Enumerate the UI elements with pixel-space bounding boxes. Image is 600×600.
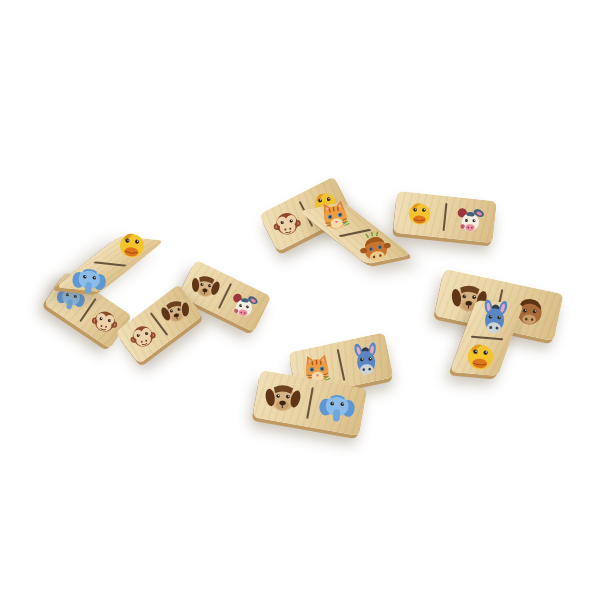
goat-icon <box>227 288 263 324</box>
duck-icon <box>459 337 501 379</box>
cow-icon <box>353 227 397 271</box>
duck-icon <box>403 197 437 231</box>
tile-half-goat <box>444 196 497 243</box>
dog-icon <box>157 293 194 330</box>
domino-tile-duck-elephant[interactable] <box>55 236 164 292</box>
tile-half-duck <box>88 228 174 266</box>
tile-half-elephant <box>307 380 368 436</box>
tile-half-duck <box>449 337 511 379</box>
tile-half-dog <box>253 370 314 426</box>
elephant-icon <box>316 387 357 428</box>
dog-icon <box>262 378 303 419</box>
monkey-icon <box>124 318 161 355</box>
donkey-icon <box>346 340 386 380</box>
domino-table <box>0 0 600 600</box>
tile-half-duck <box>393 191 446 238</box>
dog-icon <box>188 269 224 305</box>
tile-half-donkey <box>337 332 394 387</box>
domino-tile-duck-goat[interactable] <box>393 191 497 243</box>
goat-icon <box>453 203 487 237</box>
elephant-icon <box>68 261 109 302</box>
duck-icon <box>111 226 152 267</box>
donkey-icon <box>473 297 515 339</box>
